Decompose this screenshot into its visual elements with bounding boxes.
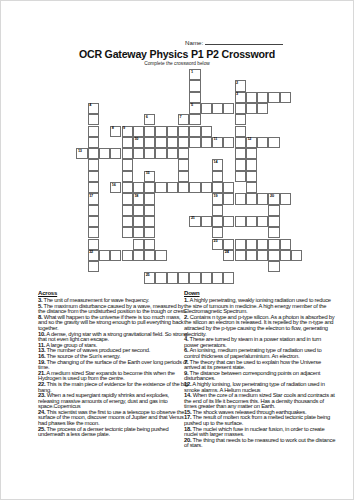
grid-cell[interactable] [268,250,279,261]
grid-cell[interactable] [257,216,268,227]
grid-cell[interactable] [235,216,246,227]
cell-number: 14 [213,160,217,165]
clue-text: When a red supergiant rapidly shrinks an… [38,392,169,409]
grid-cell[interactable] [268,205,279,216]
grid-cell[interactable] [178,126,189,137]
grid-cell[interactable]: 16 [110,182,121,193]
grid-cell[interactable] [235,193,246,204]
clue-text: The theory that can be used to explain h… [184,359,321,371]
clue-item: 2. Contains n type and p-type silicon. A… [184,315,336,337]
cell-number: 4 [89,103,91,108]
grid-cell[interactable] [144,216,155,227]
cell-number: 5 [191,103,193,108]
down-header: Down [184,290,336,297]
clue-text: The nuclei which fuse in nuclear fusion,… [184,426,324,438]
grid-cell[interactable] [155,126,166,137]
grid-cell[interactable] [235,137,246,148]
grid-cell[interactable]: 25 [144,272,155,283]
grid-cell[interactable] [144,193,155,204]
cell-number: 25 [146,273,150,278]
grid-cell[interactable]: 20 [268,193,279,204]
grid-cell[interactable] [122,227,133,238]
grid-cell[interactable] [212,182,223,193]
grid-cell[interactable] [268,137,279,148]
clue-item: 23. When a red supergiant rapidly shrink… [38,393,188,410]
grid-cell[interactable] [144,126,155,137]
grid-cell[interactable] [235,126,246,137]
grid-cell[interactable]: 10 [133,137,144,148]
grid-cell[interactable] [246,103,257,114]
grid-cell[interactable] [212,103,223,114]
grid-cell[interactable] [133,126,144,137]
down-clues: Down 1. A highly penetrating, weakly ion… [184,290,336,449]
grid-cell[interactable] [88,114,99,125]
grid-cell[interactable]: 5 [189,103,200,114]
grid-cell[interactable]: 18 [133,193,144,204]
grid-cell[interactable] [122,205,133,216]
name-label: Name: [185,39,203,46]
grid-cell[interactable] [223,272,234,283]
grid-cell[interactable]: 2 [235,80,246,91]
grid-cell[interactable] [235,148,246,159]
grid-cell[interactable] [212,205,223,216]
clue-text: Contains n type and p-type silicon. As a… [184,314,334,337]
grid-cell[interactable] [257,92,268,103]
grid-cell[interactable] [167,182,178,193]
grid-cell[interactable] [257,103,268,114]
grid-cell[interactable] [88,171,99,182]
grid-cell[interactable] [88,148,99,159]
grid-cell[interactable] [189,126,200,137]
clue-text: A dense, dying star with a strong gravit… [38,331,187,343]
clue-item: 24. This scientist was the first to use … [38,410,188,427]
grid-cell[interactable] [122,159,133,170]
grid-cell[interactable] [223,216,234,227]
clue-text: The changing of the surface of the Earth… [38,359,187,371]
grid-cell[interactable] [88,227,99,238]
grid-cell[interactable] [88,126,99,137]
grid-cell[interactable] [268,239,279,250]
cell-number: 2 [236,81,238,86]
grid-cell[interactable] [122,193,133,204]
cell-number: 23 [213,239,217,244]
cell-number: 6 [146,115,148,120]
grid-cell[interactable] [178,272,189,283]
cell-number: 21 [191,216,195,221]
grid-cell[interactable] [235,239,246,250]
grid-cell[interactable] [189,92,200,103]
clue-item: 20. The thing that needs to be measured … [184,438,336,449]
grid-cell[interactable]: 4 [88,103,99,114]
name-field: Name: [185,38,283,46]
grid-cell[interactable] [122,171,133,182]
grid-cell[interactable] [201,103,212,114]
grid-cell[interactable] [246,182,257,193]
cell-number: 20 [270,194,274,199]
clue-text: The thing that needs to be measured to w… [184,437,335,449]
grid-cell[interactable] [167,272,178,283]
grid-cell[interactable]: 1 [189,69,200,80]
grid-cell[interactable] [280,193,291,204]
grid-cell[interactable] [268,227,279,238]
grid-cell[interactable] [122,250,133,261]
grid-cell[interactable]: 3 [235,92,246,103]
grid-cell[interactable] [122,216,133,227]
grid-cell[interactable] [122,137,133,148]
grid-cell[interactable] [235,171,246,182]
grid-cell[interactable] [246,216,257,227]
grid-cell[interactable] [189,182,200,193]
cell-number: 1 [191,70,193,75]
clue-item: 14. When the core of a medium sized Star… [184,393,336,410]
grid-cell[interactable] [133,239,144,250]
grid-cell[interactable] [235,250,246,261]
grid-cell[interactable] [201,126,212,137]
grid-cell[interactable] [268,92,279,103]
grid-cell[interactable] [133,227,144,238]
grid-cell[interactable] [144,250,155,261]
grid-cell[interactable] [246,193,257,204]
grid-cell[interactable] [212,171,223,182]
grid-cell[interactable] [201,272,212,283]
clue-text: The result of molten rock from a melted … [184,414,330,426]
grid-cell[interactable] [88,261,99,272]
cell-number: 3 [236,92,238,97]
clue-item: 1. A highly penetrating, weakly ionising… [184,298,336,315]
grid-cell[interactable] [246,159,257,170]
page-subtitle: Complete the crossword below [0,61,354,66]
grid-cell[interactable] [122,182,133,193]
grid-cell[interactable] [144,182,155,193]
grid-cell[interactable] [155,148,166,159]
clue-item: 8. What will happen to the universe if t… [38,315,188,332]
grid-cell[interactable]: 15 [144,171,155,182]
clue-text: The maximum disturbance caused by a wave… [38,303,186,315]
grid-cell[interactable] [257,193,268,204]
clue-text: The process of a denser tectonic plate b… [38,426,169,438]
name-underline[interactable] [205,38,283,45]
clue-item: 25. The process of a denser tectonic pla… [38,427,188,438]
grid-cell[interactable] [144,137,155,148]
grid-cell[interactable] [178,171,189,182]
clue-text: When the core of a medium sized Star coo… [184,392,335,409]
grid-cell[interactable] [223,193,234,204]
grid-cell[interactable] [155,137,166,148]
grid-cell[interactable] [257,137,268,148]
grid-cell[interactable] [212,272,223,283]
grid-cell[interactable] [178,159,189,170]
grid-cell[interactable] [223,137,234,148]
grid-cell[interactable] [257,250,268,261]
grid-cell[interactable] [144,239,155,250]
grid-cell[interactable]: 24 [223,250,234,261]
grid-cell[interactable] [189,80,200,91]
across-clues: Across 3. The unit of measurement for wa… [38,290,188,438]
clue-text: A highly ionising, low penetrating type … [184,381,325,393]
grid-cell[interactable] [223,182,234,193]
grid-cell[interactable]: 9 [122,126,133,137]
cell-number: 18 [134,194,138,199]
grid-cell[interactable] [178,182,189,193]
grid-cell[interactable] [144,227,155,238]
cell-number: 7 [180,115,182,120]
cell-number: 17 [89,194,93,199]
grid-cell[interactable]: 13 [76,148,87,159]
grid-cell[interactable] [133,182,144,193]
cell-number: 10 [134,137,138,142]
grid-cell[interactable] [144,205,155,216]
cell-number: 9 [123,126,125,131]
grid-cell[interactable] [280,239,291,250]
grid-cell[interactable] [110,148,121,159]
grid-cell[interactable] [235,103,246,114]
grid-cell[interactable]: 21 [189,216,200,227]
grid-cell[interactable] [189,137,200,148]
clue-text: What will happen to the universe if ther… [38,314,183,331]
grid-cell[interactable] [280,92,291,103]
grid-cell[interactable] [99,250,110,261]
grid-cell[interactable]: 23 [212,239,223,250]
cell-number: 13 [78,149,82,154]
grid-cell[interactable]: 14 [212,159,223,170]
grid-cell[interactable] [88,205,99,216]
grid-cell[interactable]: 7 [178,114,189,125]
grid-cell[interactable] [88,137,99,148]
clue-text: A highly penetrating, weakly ionising ra… [184,297,331,314]
cell-number: 16 [112,183,116,188]
grid-cell[interactable] [88,216,99,227]
grid-cell[interactable] [189,272,200,283]
grid-cell[interactable] [235,114,246,125]
grid-cell[interactable]: 22 [88,250,99,261]
grid-cell[interactable] [201,137,212,148]
grid-cell[interactable]: 11 [212,137,223,148]
clue-text: These are turned by steam in a power sta… [184,336,321,348]
grid-cell[interactable] [133,216,144,227]
grid-cell[interactable] [99,148,110,159]
grid-cell[interactable] [212,216,223,227]
cell-number: 24 [225,250,229,255]
grid-cell[interactable]: 6 [144,114,155,125]
grid-cell[interactable]: 8 [110,126,121,137]
crossword-grid: 1523467891011121314192315161722182021242… [65,69,305,285]
grid-cell[interactable] [167,126,178,137]
grid-cell[interactable] [246,148,257,159]
grid-cell[interactable] [133,250,144,261]
cell-number: 19 [213,194,217,199]
cell-number: 11 [213,137,217,142]
grid-cell[interactable] [280,250,291,261]
page-title: OCR Gateway Physics P1 P2 Crossword [0,48,354,60]
cell-number: 12 [247,137,251,142]
grid-cell[interactable] [88,159,99,170]
grid-cell[interactable] [178,148,189,159]
grid-cell[interactable] [223,239,234,250]
grid-cell[interactable] [246,239,257,250]
cell-number: 8 [112,126,114,131]
clue-text: The distance between corresponding point… [184,370,320,382]
grid-cell[interactable] [257,239,268,250]
grid-cell[interactable] [155,272,166,283]
grid-cell[interactable] [155,182,166,193]
clue-text: A medium sized Star expands to become th… [38,370,175,382]
grid-cell[interactable] [268,216,279,227]
grid-cell[interactable] [246,250,257,261]
grid-cell[interactable] [189,114,200,125]
grid-cell[interactable]: 19 [212,193,223,204]
worksheet-page: { "game": "crossword", "page": { "name_l… [0,0,354,500]
grid-cell[interactable] [212,227,223,238]
cell-number: 15 [146,171,150,176]
grid-cell[interactable] [88,182,99,193]
grid-cell[interactable] [133,148,144,159]
grid-cell[interactable] [167,137,178,148]
grid-cell[interactable] [223,103,234,114]
grid-cell[interactable]: 17 [88,193,99,204]
across-header: Across [38,290,188,297]
grid-cell[interactable] [246,92,257,103]
clue-text: This is the main piece of evidence for t… [38,381,188,393]
grid-cell[interactable] [268,261,279,272]
grid-cell[interactable] [167,148,178,159]
grid-cell[interactable] [246,171,257,182]
grid-cell[interactable] [144,148,155,159]
clue-text: This scientist was the first to use a te… [38,409,184,426]
grid-cell[interactable] [110,250,121,261]
grid-cell[interactable] [201,216,212,227]
grid-cell[interactable] [88,239,99,250]
grid-cell[interactable] [201,182,212,193]
grid-cell[interactable] [133,205,144,216]
clue-text: An ionising, medium penetrating type of … [184,347,321,359]
grid-cell[interactable] [155,250,166,261]
grid-cell[interactable] [291,250,302,261]
grid-cell[interactable] [178,137,189,148]
grid-cell[interactable]: 12 [246,137,257,148]
grid-cell[interactable] [122,148,133,159]
grid-cell[interactable] [235,159,246,170]
cell-number: 22 [89,250,93,255]
